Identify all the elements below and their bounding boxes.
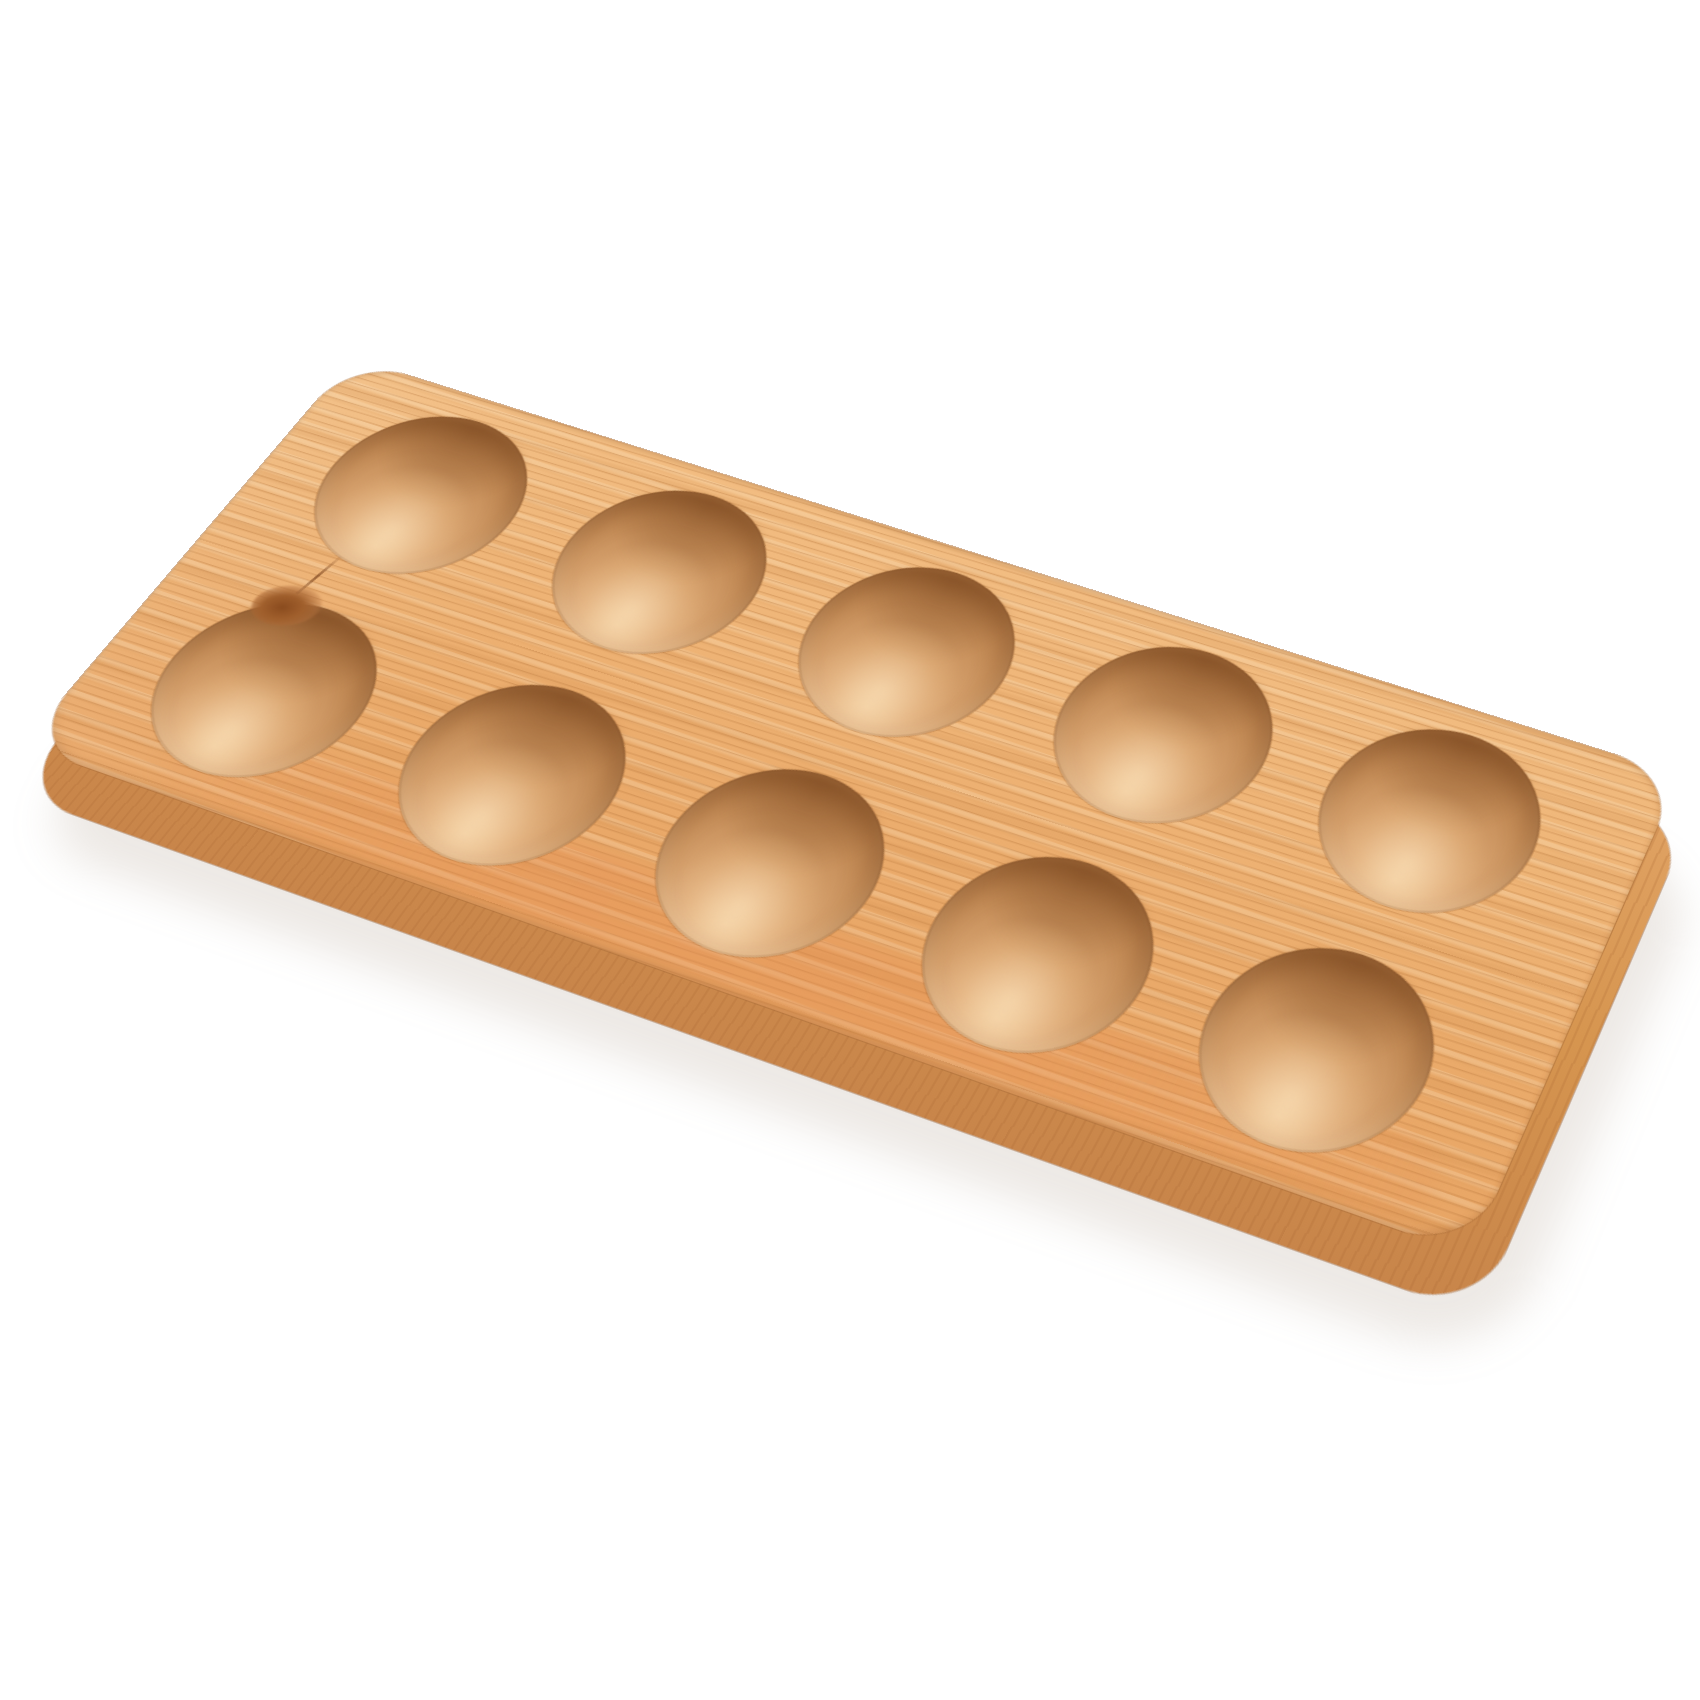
product-photo-scene [0,0,1700,1700]
pit-r2c4[interactable] [881,830,1191,1083]
pit-r1c5[interactable] [1283,704,1572,941]
wood-knot [244,583,330,628]
pit-r2c5[interactable] [1160,920,1468,1184]
board-perspective-wrap [23,358,1680,1255]
pit-r1c4[interactable] [1016,622,1307,850]
pit-r2c2[interactable] [354,660,667,893]
pit-r2c1[interactable] [106,579,420,803]
wood-knot-crack [295,556,342,595]
pit-r1c2[interactable] [511,468,804,679]
pit-r2c3[interactable] [612,743,924,986]
pit-r1c3[interactable] [759,544,1051,763]
pit-r1c1[interactable] [272,395,566,598]
